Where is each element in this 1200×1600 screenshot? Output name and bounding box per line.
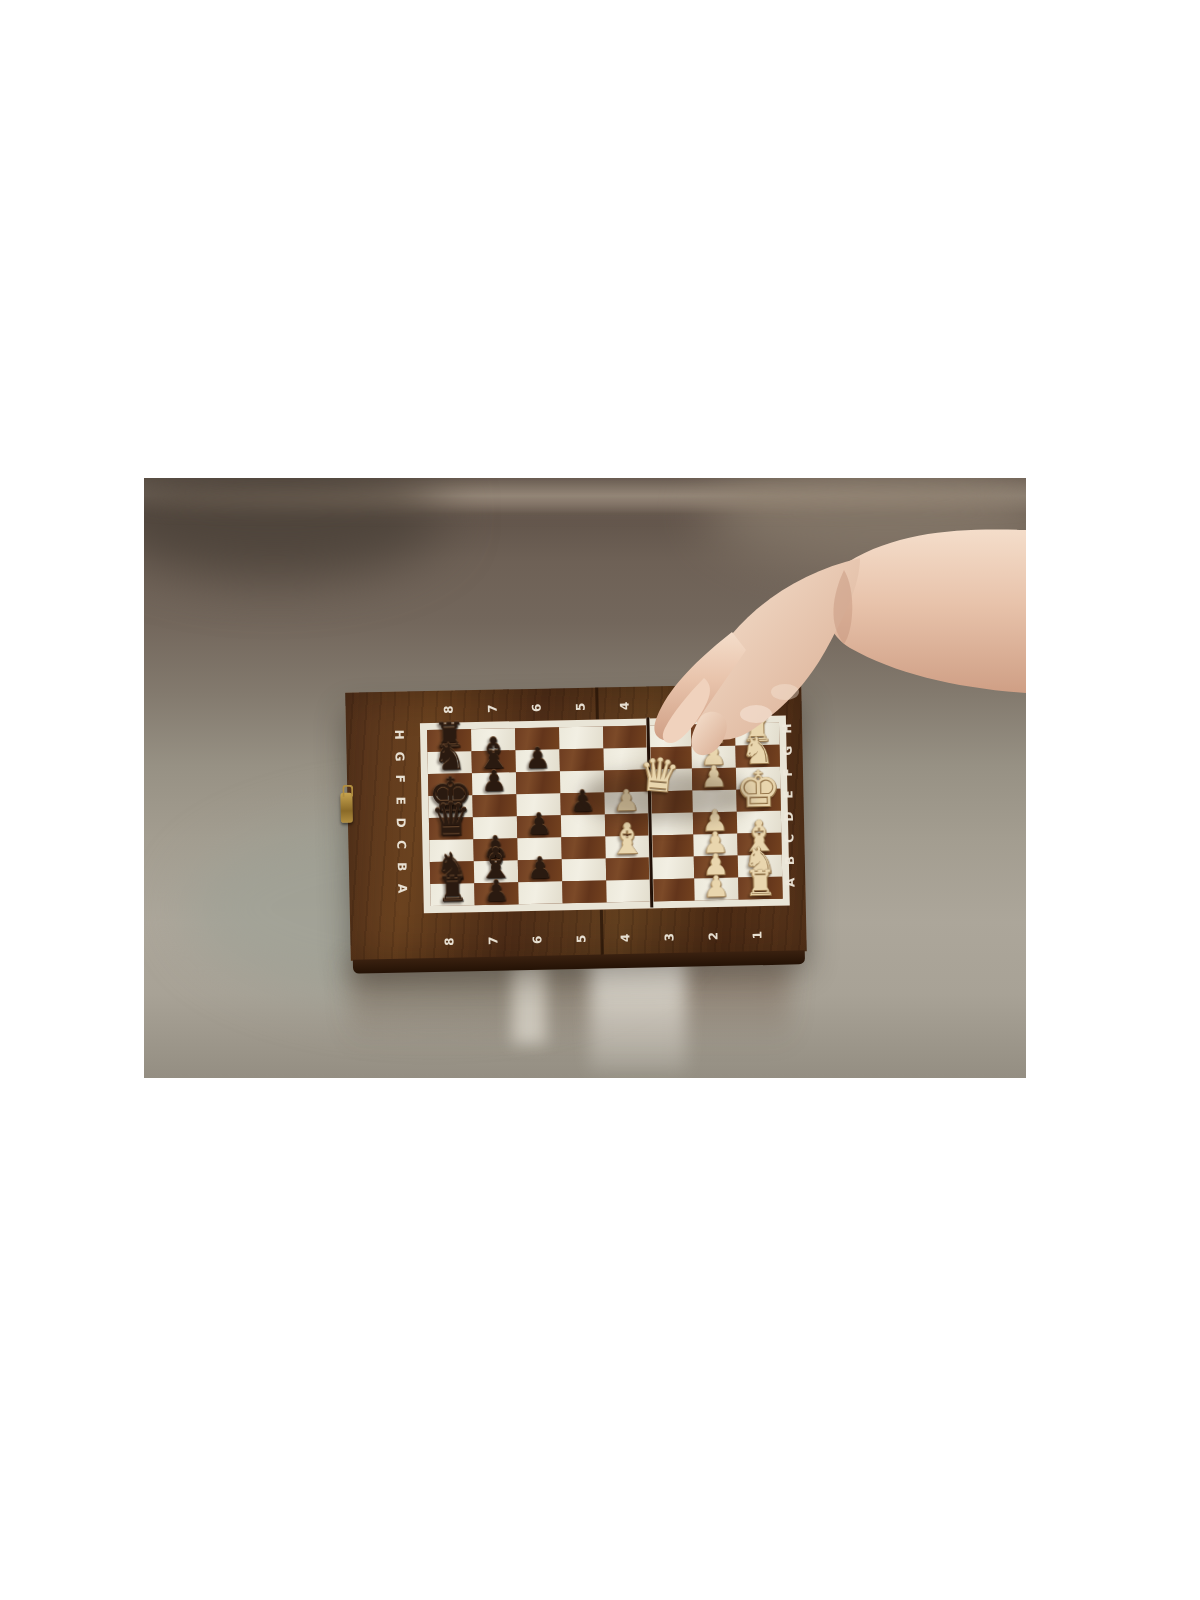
page: { "game": "chess", "scene": { "descripti… (0, 0, 1200, 1600)
knuckle-highlight (740, 705, 772, 723)
knuckle-highlight-2 (771, 684, 799, 700)
forearm (824, 529, 1026, 693)
hand-and-arm (144, 478, 1026, 1078)
chess-photo: ♜♟♜♞♝♟♟♞♟♟♚♟♟♚♛♟♟♟♝♟♝♞♝♟♟♞♜♟♟♜ HGFEDCBAH… (144, 478, 1026, 1078)
